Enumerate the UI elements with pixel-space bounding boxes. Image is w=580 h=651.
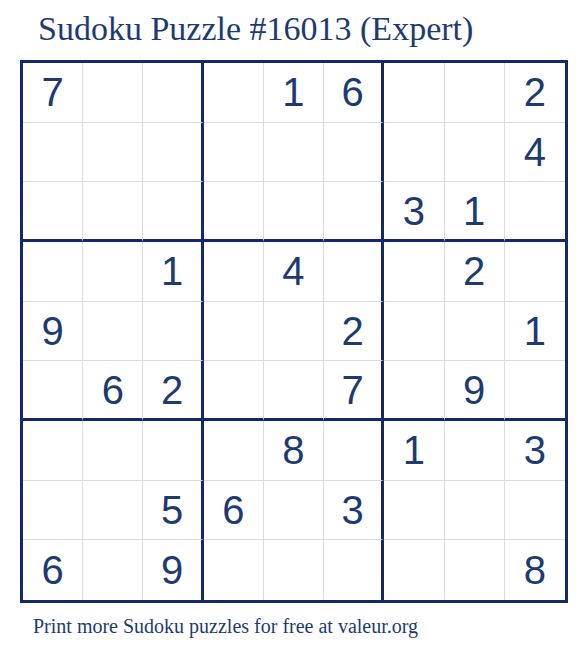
cell-r9c6[interactable] <box>324 540 384 600</box>
cell-r4c3: 1 <box>143 242 203 302</box>
cell-r1c7[interactable] <box>384 63 444 123</box>
cell-r9c2[interactable] <box>83 540 143 600</box>
cell-r7c6[interactable] <box>324 421 384 481</box>
cell-r9c3: 9 <box>143 540 203 600</box>
cell-r2c4[interactable] <box>204 123 264 183</box>
cell-r5c1: 9 <box>23 302 83 362</box>
cell-r6c8: 9 <box>445 361 505 421</box>
cell-r4c5: 4 <box>264 242 324 302</box>
cell-r7c4[interactable] <box>204 421 264 481</box>
cell-r3c7: 3 <box>384 182 444 242</box>
cell-r3c2[interactable] <box>83 182 143 242</box>
cell-r8c4: 6 <box>204 481 264 541</box>
cell-r4c7[interactable] <box>384 242 444 302</box>
cell-r4c6[interactable] <box>324 242 384 302</box>
cell-r5c7[interactable] <box>384 302 444 362</box>
cell-r5c8[interactable] <box>445 302 505 362</box>
cell-r4c2[interactable] <box>83 242 143 302</box>
cell-r9c9: 8 <box>505 540 565 600</box>
cell-r4c9[interactable] <box>505 242 565 302</box>
cell-r5c5[interactable] <box>264 302 324 362</box>
cell-r9c7[interactable] <box>384 540 444 600</box>
cell-r9c4[interactable] <box>204 540 264 600</box>
puzzle-title: Sudoku Puzzle #16013 (Expert) <box>38 10 473 48</box>
cell-r1c8[interactable] <box>445 63 505 123</box>
cell-r3c5[interactable] <box>264 182 324 242</box>
cell-r5c9: 1 <box>505 302 565 362</box>
cell-r5c4[interactable] <box>204 302 264 362</box>
cell-r8c1[interactable] <box>23 481 83 541</box>
cell-r8c6: 3 <box>324 481 384 541</box>
cell-r2c1[interactable] <box>23 123 83 183</box>
cell-r1c4[interactable] <box>204 63 264 123</box>
cell-r2c5[interactable] <box>264 123 324 183</box>
cell-r3c4[interactable] <box>204 182 264 242</box>
cell-r1c2[interactable] <box>83 63 143 123</box>
cell-r4c1[interactable] <box>23 242 83 302</box>
cell-r5c2[interactable] <box>83 302 143 362</box>
cell-r2c8[interactable] <box>445 123 505 183</box>
cell-r4c4[interactable] <box>204 242 264 302</box>
cell-r6c9[interactable] <box>505 361 565 421</box>
cell-r8c8[interactable] <box>445 481 505 541</box>
cell-r7c3[interactable] <box>143 421 203 481</box>
cell-r6c4[interactable] <box>204 361 264 421</box>
cell-r7c2[interactable] <box>83 421 143 481</box>
cell-r6c6: 7 <box>324 361 384 421</box>
cell-r6c3: 2 <box>143 361 203 421</box>
cell-r7c8[interactable] <box>445 421 505 481</box>
cell-r2c9: 4 <box>505 123 565 183</box>
cell-r8c2[interactable] <box>83 481 143 541</box>
cell-r4c8: 2 <box>445 242 505 302</box>
cell-r2c3[interactable] <box>143 123 203 183</box>
cell-r5c3[interactable] <box>143 302 203 362</box>
cell-r5c6: 2 <box>324 302 384 362</box>
cell-r7c1[interactable] <box>23 421 83 481</box>
sudoku-page: Sudoku Puzzle #16013 (Expert) 7162431142… <box>0 0 580 651</box>
cell-r2c6[interactable] <box>324 123 384 183</box>
cell-r3c6[interactable] <box>324 182 384 242</box>
footer-text: Print more Sudoku puzzles for free at va… <box>33 615 418 638</box>
cell-r6c5[interactable] <box>264 361 324 421</box>
cell-r1c1: 7 <box>23 63 83 123</box>
cell-r8c5[interactable] <box>264 481 324 541</box>
sudoku-board: 71624311429216279813563698 <box>20 60 568 603</box>
cell-r7c9: 3 <box>505 421 565 481</box>
cell-r9c1: 6 <box>23 540 83 600</box>
cell-r2c7[interactable] <box>384 123 444 183</box>
cell-r6c2: 6 <box>83 361 143 421</box>
cell-r3c1[interactable] <box>23 182 83 242</box>
cell-r9c8[interactable] <box>445 540 505 600</box>
cell-r3c3[interactable] <box>143 182 203 242</box>
cell-r3c9[interactable] <box>505 182 565 242</box>
cell-r1c3[interactable] <box>143 63 203 123</box>
cell-r6c1[interactable] <box>23 361 83 421</box>
cell-r2c2[interactable] <box>83 123 143 183</box>
cell-r8c9[interactable] <box>505 481 565 541</box>
cell-r9c5[interactable] <box>264 540 324 600</box>
cell-r8c3: 5 <box>143 481 203 541</box>
cell-r6c7[interactable] <box>384 361 444 421</box>
cell-r7c7: 1 <box>384 421 444 481</box>
cell-r7c5: 8 <box>264 421 324 481</box>
cell-r1c9: 2 <box>505 63 565 123</box>
cell-r3c8: 1 <box>445 182 505 242</box>
cell-r8c7[interactable] <box>384 481 444 541</box>
cell-r1c5: 1 <box>264 63 324 123</box>
cell-r1c6: 6 <box>324 63 384 123</box>
